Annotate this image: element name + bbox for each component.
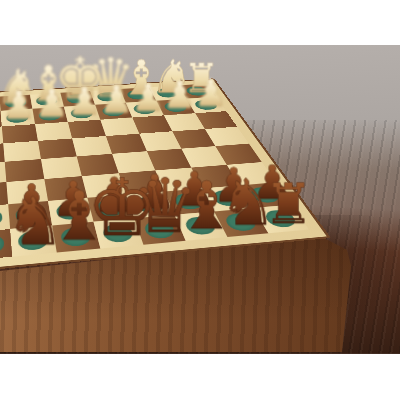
square-g2: ♟ bbox=[1, 109, 35, 127]
bottom-crop-band bbox=[0, 354, 400, 400]
white-pawn: ♟ bbox=[67, 84, 101, 120]
white-pawn: ♟ bbox=[194, 76, 227, 111]
white-pawn: ♟ bbox=[1, 88, 36, 125]
black-rook: ♜ bbox=[0, 202, 16, 257]
white-pawn: ♟ bbox=[131, 80, 165, 116]
square-e2: ♟ bbox=[64, 105, 100, 122]
chess-board: ♜♞♝♚♛♝♞♜♟♟♟♟♟♟♟♟♟♟♟♟♟♟♟♟♜♞♝♚♛♝♞♜ bbox=[0, 78, 331, 273]
chess-set-photo: ♜♞♝♚♛♝♞♜♟♟♟♟♟♟♟♟♟♟♟♟♟♟♟♟♜♞♝♚♛♝♞♜ bbox=[0, 0, 400, 400]
square-h8: ♜ bbox=[0, 229, 12, 261]
top-crop-band bbox=[0, 0, 400, 45]
square-h2: ♟ bbox=[0, 111, 2, 129]
white-pawn: ♟ bbox=[34, 86, 68, 122]
square-g8: ♞ bbox=[10, 225, 57, 256]
square-f2: ♟ bbox=[32, 107, 67, 124]
white-pawn: ♟ bbox=[0, 90, 2, 127]
white-pawn: ♟ bbox=[99, 82, 133, 118]
scene: ♜♞♝♚♛♝♞♜♟♟♟♟♟♟♟♟♟♟♟♟♟♟♟♟♜♞♝♚♛♝♞♜ bbox=[0, 0, 400, 400]
white-pawn: ♟ bbox=[163, 78, 197, 114]
